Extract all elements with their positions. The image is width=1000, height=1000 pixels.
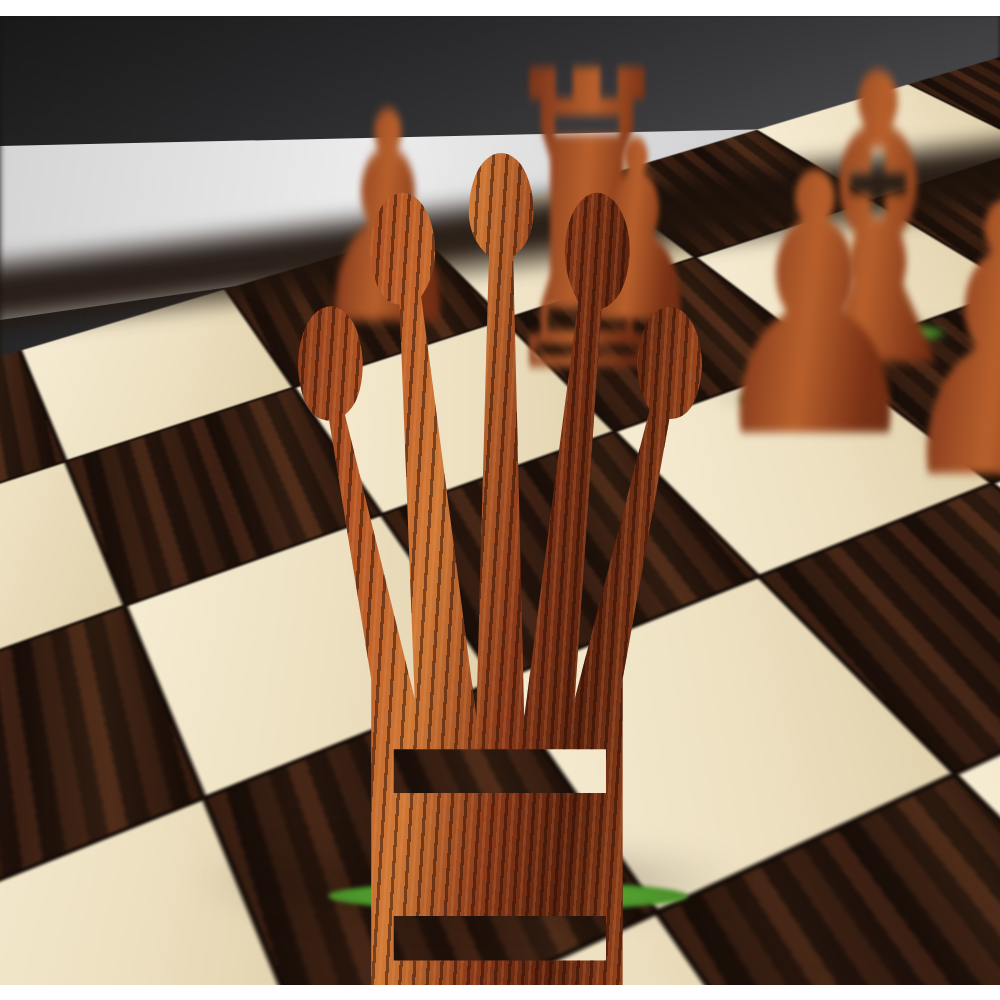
photo-frame-top — [0, 0, 1000, 16]
photo-frame-bottom — [0, 985, 1000, 1000]
chess-set-photo: ♟♜♟♝♟♟♛ — [0, 0, 1000, 1000]
